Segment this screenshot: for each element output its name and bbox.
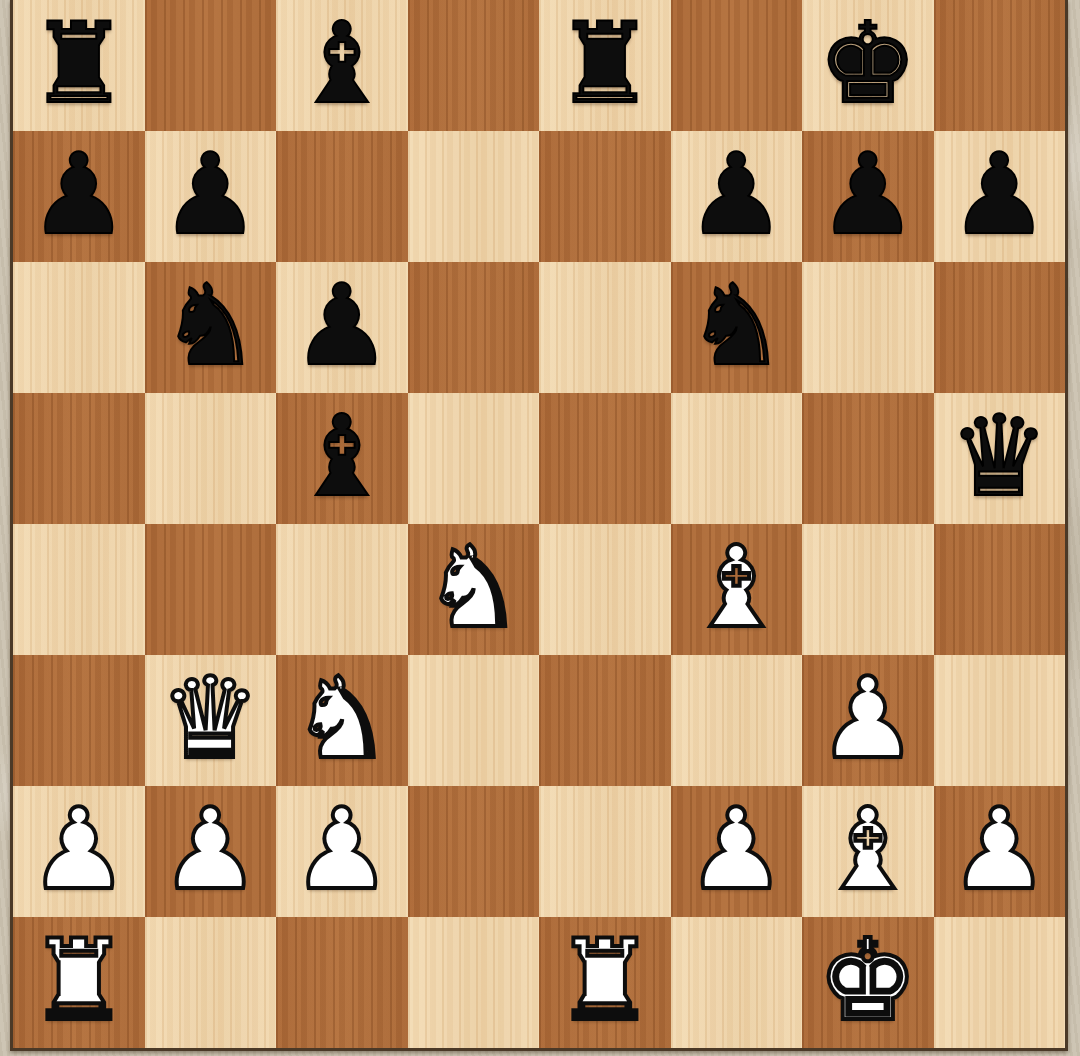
square-b8[interactable]: [145, 0, 277, 131]
square-c4[interactable]: [276, 524, 408, 655]
square-g1[interactable]: ♚: [802, 917, 934, 1048]
piece-black-knight[interactable]: ♞: [686, 269, 786, 381]
square-b7[interactable]: ♟: [145, 131, 277, 262]
piece-black-pawn[interactable]: ♟: [292, 269, 392, 381]
square-h3[interactable]: [934, 655, 1066, 786]
square-h1[interactable]: [934, 917, 1066, 1048]
square-c6[interactable]: ♟: [276, 262, 408, 393]
square-d4[interactable]: ♞: [408, 524, 540, 655]
square-c3[interactable]: ♞: [276, 655, 408, 786]
square-a3[interactable]: [13, 655, 145, 786]
square-f7[interactable]: ♟: [671, 131, 803, 262]
square-f4[interactable]: ♝: [671, 524, 803, 655]
square-e2[interactable]: [539, 786, 671, 917]
square-d6[interactable]: [408, 262, 540, 393]
square-a4[interactable]: [13, 524, 145, 655]
square-c2[interactable]: ♟: [276, 786, 408, 917]
square-f5[interactable]: [671, 393, 803, 524]
piece-white-knight[interactable]: ♞: [423, 531, 523, 643]
square-b4[interactable]: [145, 524, 277, 655]
board-background: ♜♝♜♚♟♟♟♟♟♞♟♞♝♛♞♝♛♞♟♟♟♟♟♝♟♜♜♚: [0, 0, 1080, 1056]
piece-black-queen[interactable]: ♛: [949, 400, 1049, 512]
piece-black-knight[interactable]: ♞: [160, 269, 260, 381]
piece-black-king[interactable]: ♚: [818, 7, 918, 119]
square-f3[interactable]: [671, 655, 803, 786]
square-h5[interactable]: ♛: [934, 393, 1066, 524]
square-f1[interactable]: [671, 917, 803, 1048]
square-g6[interactable]: [802, 262, 934, 393]
piece-white-rook[interactable]: ♜: [555, 924, 655, 1036]
square-a6[interactable]: [13, 262, 145, 393]
square-e5[interactable]: [539, 393, 671, 524]
square-a7[interactable]: ♟: [13, 131, 145, 262]
piece-white-pawn[interactable]: ♟: [292, 793, 392, 905]
square-h4[interactable]: [934, 524, 1066, 655]
piece-black-bishop[interactable]: ♝: [292, 7, 392, 119]
piece-white-pawn[interactable]: ♟: [29, 793, 129, 905]
square-c7[interactable]: [276, 131, 408, 262]
square-h7[interactable]: ♟: [934, 131, 1066, 262]
square-d3[interactable]: [408, 655, 540, 786]
piece-white-pawn[interactable]: ♟: [949, 793, 1049, 905]
piece-white-king[interactable]: ♚: [818, 924, 918, 1036]
square-h6[interactable]: [934, 262, 1066, 393]
square-a1[interactable]: ♜: [13, 917, 145, 1048]
square-b1[interactable]: [145, 917, 277, 1048]
square-e8[interactable]: ♜: [539, 0, 671, 131]
square-b5[interactable]: [145, 393, 277, 524]
piece-white-pawn[interactable]: ♟: [686, 793, 786, 905]
square-d7[interactable]: [408, 131, 540, 262]
piece-black-pawn[interactable]: ♟: [29, 138, 129, 250]
square-e7[interactable]: [539, 131, 671, 262]
piece-white-pawn[interactable]: ♟: [818, 662, 918, 774]
square-b6[interactable]: ♞: [145, 262, 277, 393]
chess-board[interactable]: ♜♝♜♚♟♟♟♟♟♞♟♞♝♛♞♝♛♞♟♟♟♟♟♝♟♜♜♚: [13, 0, 1065, 1048]
square-g4[interactable]: [802, 524, 934, 655]
square-d5[interactable]: [408, 393, 540, 524]
square-d1[interactable]: [408, 917, 540, 1048]
square-g5[interactable]: [802, 393, 934, 524]
square-e3[interactable]: [539, 655, 671, 786]
piece-black-pawn[interactable]: ♟: [160, 138, 260, 250]
square-d2[interactable]: [408, 786, 540, 917]
piece-white-bishop[interactable]: ♝: [686, 531, 786, 643]
square-c8[interactable]: ♝: [276, 0, 408, 131]
square-c1[interactable]: [276, 917, 408, 1048]
piece-black-pawn[interactable]: ♟: [686, 138, 786, 250]
piece-white-bishop[interactable]: ♝: [818, 793, 918, 905]
square-f8[interactable]: [671, 0, 803, 131]
piece-white-knight[interactable]: ♞: [292, 662, 392, 774]
square-b3[interactable]: ♛: [145, 655, 277, 786]
square-g8[interactable]: ♚: [802, 0, 934, 131]
piece-black-bishop[interactable]: ♝: [292, 400, 392, 512]
square-g3[interactable]: ♟: [802, 655, 934, 786]
piece-white-rook[interactable]: ♜: [29, 924, 129, 1036]
square-c5[interactable]: ♝: [276, 393, 408, 524]
square-e1[interactable]: ♜: [539, 917, 671, 1048]
square-a8[interactable]: ♜: [13, 0, 145, 131]
board-frame: ♜♝♜♚♟♟♟♟♟♞♟♞♝♛♞♝♛♞♟♟♟♟♟♝♟♜♜♚: [10, 0, 1068, 1051]
piece-black-pawn[interactable]: ♟: [949, 138, 1049, 250]
square-f6[interactable]: ♞: [671, 262, 803, 393]
square-a2[interactable]: ♟: [13, 786, 145, 917]
square-b2[interactable]: ♟: [145, 786, 277, 917]
square-e4[interactable]: [539, 524, 671, 655]
square-h8[interactable]: [934, 0, 1066, 131]
piece-white-pawn[interactable]: ♟: [160, 793, 260, 905]
piece-white-queen[interactable]: ♛: [160, 662, 260, 774]
square-g2[interactable]: ♝: [802, 786, 934, 917]
piece-black-rook[interactable]: ♜: [29, 7, 129, 119]
square-a5[interactable]: [13, 393, 145, 524]
square-h2[interactable]: ♟: [934, 786, 1066, 917]
square-f2[interactable]: ♟: [671, 786, 803, 917]
square-e6[interactable]: [539, 262, 671, 393]
piece-black-pawn[interactable]: ♟: [818, 138, 918, 250]
piece-black-rook[interactable]: ♜: [555, 7, 655, 119]
square-g7[interactable]: ♟: [802, 131, 934, 262]
square-d8[interactable]: [408, 0, 540, 131]
